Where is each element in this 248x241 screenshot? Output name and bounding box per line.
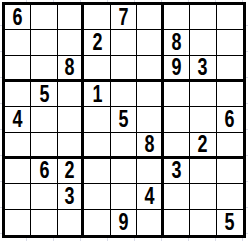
cell-r6c8[interactable]: 2 xyxy=(190,133,216,159)
cell-r4c9[interactable] xyxy=(217,82,243,107)
cell-r4c6[interactable] xyxy=(137,82,163,107)
cell-r9c9[interactable]: 5 xyxy=(217,210,243,235)
cell-r7c9[interactable] xyxy=(217,159,243,184)
given-digit: 8 xyxy=(171,31,181,54)
cell-r2c4[interactable]: 2 xyxy=(84,30,110,55)
cell-r5c8[interactable] xyxy=(190,107,216,132)
cell-r7c2[interactable]: 6 xyxy=(31,159,57,184)
cell-r2c8[interactable] xyxy=(190,30,216,55)
cell-r8c7[interactable] xyxy=(164,184,190,209)
given-digit: 5 xyxy=(119,108,129,131)
cell-r9c8[interactable] xyxy=(190,210,216,235)
cell-r2c9[interactable] xyxy=(217,30,243,55)
given-digit: 9 xyxy=(119,211,129,234)
cell-r4c1[interactable] xyxy=(5,82,31,107)
cell-r1c8[interactable] xyxy=(190,5,216,30)
cell-r9c2[interactable] xyxy=(31,210,57,235)
cell-r5c5[interactable]: 5 xyxy=(111,107,137,132)
cell-r8c2[interactable] xyxy=(31,184,57,209)
cell-r6c3[interactable] xyxy=(58,133,84,159)
cell-r1c2[interactable] xyxy=(31,5,57,30)
cell-r9c5[interactable]: 9 xyxy=(111,210,137,235)
cell-r4c5[interactable] xyxy=(111,82,137,107)
given-digit: 7 xyxy=(119,6,129,29)
given-digit: 3 xyxy=(171,159,181,182)
given-digit: 2 xyxy=(92,31,102,54)
cell-r5c1[interactable]: 4 xyxy=(5,107,31,132)
cell-r2c2[interactable] xyxy=(31,30,57,55)
given-digit: 3 xyxy=(65,185,75,208)
cell-r8c3[interactable]: 3 xyxy=(58,184,84,209)
given-digit: 6 xyxy=(13,6,23,29)
given-digit: 8 xyxy=(144,133,154,156)
cell-r6c4[interactable] xyxy=(84,133,110,159)
given-digit: 5 xyxy=(225,211,235,234)
cell-r4c3[interactable] xyxy=(58,82,84,107)
cell-r5c7[interactable] xyxy=(164,107,190,132)
cell-r4c7[interactable] xyxy=(164,82,190,107)
cell-r4c2[interactable]: 5 xyxy=(31,82,57,107)
cell-r2c6[interactable] xyxy=(137,30,163,55)
sudoku-board: 672889351456826233495 xyxy=(2,2,246,238)
given-digit: 4 xyxy=(13,108,23,131)
given-digit: 2 xyxy=(198,133,208,156)
given-digit: 1 xyxy=(92,83,102,106)
cell-r9c3[interactable] xyxy=(58,210,84,235)
given-digit: 5 xyxy=(39,83,49,106)
cell-r3c3[interactable]: 8 xyxy=(58,56,84,82)
cell-r2c5[interactable] xyxy=(111,30,137,55)
cell-r6c2[interactable] xyxy=(31,133,57,159)
cell-r1c1[interactable]: 6 xyxy=(5,5,31,30)
cell-r8c1[interactable] xyxy=(5,184,31,209)
cell-r6c5[interactable] xyxy=(111,133,137,159)
cell-r3c8[interactable]: 3 xyxy=(190,56,216,82)
cell-r1c5[interactable]: 7 xyxy=(111,5,137,30)
cell-r2c7[interactable]: 8 xyxy=(164,30,190,55)
cell-r9c6[interactable] xyxy=(137,210,163,235)
cell-r6c6[interactable]: 8 xyxy=(137,133,163,159)
given-digit: 6 xyxy=(39,159,49,182)
cell-r7c4[interactable] xyxy=(84,159,110,184)
cell-r5c3[interactable] xyxy=(58,107,84,132)
cell-r4c8[interactable] xyxy=(190,82,216,107)
cell-r1c4[interactable] xyxy=(84,5,110,30)
cell-r7c8[interactable] xyxy=(190,159,216,184)
given-digit: 9 xyxy=(171,56,181,79)
cell-r5c4[interactable] xyxy=(84,107,110,132)
cell-r5c2[interactable] xyxy=(31,107,57,132)
cell-r9c4[interactable] xyxy=(84,210,110,235)
given-digit: 3 xyxy=(198,56,208,79)
cell-r7c7[interactable]: 3 xyxy=(164,159,190,184)
cell-r8c9[interactable] xyxy=(217,184,243,209)
cell-r5c9[interactable]: 6 xyxy=(217,107,243,132)
cell-r2c3[interactable] xyxy=(58,30,84,55)
given-digit: 6 xyxy=(225,108,235,131)
cell-r1c6[interactable] xyxy=(137,5,163,30)
cell-r4c4[interactable]: 1 xyxy=(84,82,110,107)
cell-r7c3[interactable]: 2 xyxy=(58,159,84,184)
given-digit: 8 xyxy=(65,56,75,79)
given-digit: 4 xyxy=(144,185,154,208)
cell-r3c4[interactable] xyxy=(84,56,110,82)
cell-r9c1[interactable] xyxy=(5,210,31,235)
cell-r8c6[interactable]: 4 xyxy=(137,184,163,209)
cell-r3c7[interactable]: 9 xyxy=(164,56,190,82)
cell-r3c5[interactable] xyxy=(111,56,137,82)
cell-r6c9[interactable] xyxy=(217,133,243,159)
cell-r3c9[interactable] xyxy=(217,56,243,82)
cell-r9c7[interactable] xyxy=(164,210,190,235)
given-digit: 2 xyxy=(65,159,75,182)
cell-r8c4[interactable] xyxy=(84,184,110,209)
cell-r1c7[interactable] xyxy=(164,5,190,30)
cell-r8c8[interactable] xyxy=(190,184,216,209)
cell-r8c5[interactable] xyxy=(111,184,137,209)
cell-r7c6[interactable] xyxy=(137,159,163,184)
cell-r2c1[interactable] xyxy=(5,30,31,55)
cell-r6c7[interactable] xyxy=(164,133,190,159)
cell-r1c3[interactable] xyxy=(58,5,84,30)
cell-r5c6[interactable] xyxy=(137,107,163,132)
cell-r3c6[interactable] xyxy=(137,56,163,82)
cell-r3c2[interactable] xyxy=(31,56,57,82)
cell-r7c5[interactable] xyxy=(111,159,137,184)
cell-r6c1[interactable] xyxy=(5,133,31,159)
cell-r3c1[interactable] xyxy=(5,56,31,82)
cell-r7c1[interactable] xyxy=(5,159,31,184)
cell-r1c9[interactable] xyxy=(217,5,243,30)
